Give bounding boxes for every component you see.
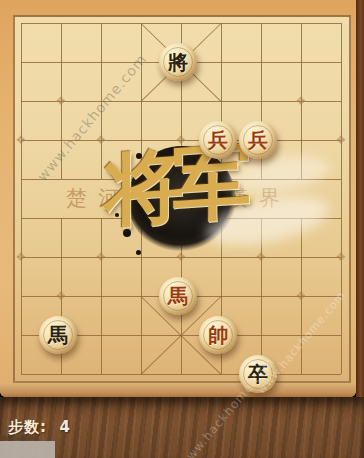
point-marker: ❖ [296,95,307,107]
grid-line [21,23,22,374]
black-horse-piece[interactable]: 馬 [39,316,77,354]
point-marker: ❖ [56,290,67,302]
piece-glyph: 帥 [199,316,237,354]
black-soldier-piece[interactable]: 卒 [239,355,277,393]
point-marker: ❖ [296,290,307,302]
red-general-piece[interactable]: 帥 [199,316,237,354]
point-marker: ❖ [56,95,67,107]
grid-line [101,218,102,374]
black-general-piece[interactable]: 將 [159,43,197,81]
red-soldier-piece[interactable]: 兵 [239,121,277,159]
red-horse-piece[interactable]: 馬 [159,277,197,315]
status-bar: 步数: 4 [8,418,71,437]
red-soldier-piece[interactable]: 兵 [199,121,237,159]
steps-label: 步数: [8,418,47,436]
point-marker: ❖ [96,251,107,263]
point-marker: ❖ [336,251,347,263]
point-marker: ❖ [336,134,347,146]
grid-line [101,23,102,179]
piece-glyph: 馬 [39,316,77,354]
grid-line [21,374,341,375]
piece-glyph: 馬 [159,277,197,315]
steps-value: 4 [59,418,70,436]
point-marker: ❖ [256,251,267,263]
piece-glyph: 兵 [199,121,237,159]
point-marker: ❖ [16,134,27,146]
grid-line [341,23,342,374]
ink-splatter-dot [136,250,141,255]
xiangqi-endgame-screenshot: ❖❖❖❖❖❖❖❖❖❖❖❖❖❖ 楚河 漢界 将军 將兵兵馬馬帥卒 www.hack… [0,0,364,458]
piece-glyph: 兵 [239,121,277,159]
piece-glyph: 將 [159,43,197,81]
point-marker: ❖ [16,251,27,263]
piece-glyph: 卒 [239,355,277,393]
corner-gray-box [0,441,55,458]
